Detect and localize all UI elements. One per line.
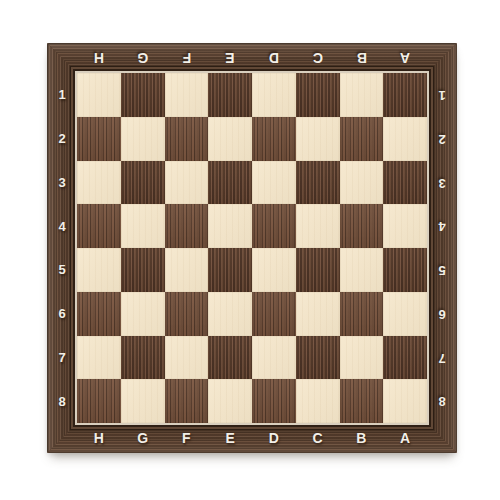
square-b7[interactable] bbox=[340, 336, 384, 380]
square-g7[interactable] bbox=[121, 336, 165, 380]
square-b2[interactable] bbox=[340, 117, 384, 161]
square-f8[interactable] bbox=[165, 379, 209, 423]
square-d5[interactable] bbox=[252, 248, 296, 292]
square-b1[interactable] bbox=[340, 73, 384, 117]
square-c8[interactable] bbox=[296, 379, 340, 423]
square-c1[interactable] bbox=[296, 73, 340, 117]
square-h8[interactable] bbox=[77, 379, 121, 423]
square-e7[interactable] bbox=[208, 336, 252, 380]
square-f6[interactable] bbox=[165, 292, 209, 336]
square-d2[interactable] bbox=[252, 117, 296, 161]
square-d8[interactable] bbox=[252, 379, 296, 423]
square-g3[interactable] bbox=[121, 161, 165, 205]
square-f2[interactable] bbox=[165, 117, 209, 161]
square-c3[interactable] bbox=[296, 161, 340, 205]
square-d6[interactable] bbox=[252, 292, 296, 336]
square-h2[interactable] bbox=[77, 117, 121, 161]
square-g2[interactable] bbox=[121, 117, 165, 161]
square-h1[interactable] bbox=[77, 73, 121, 117]
squares-grid bbox=[77, 73, 427, 423]
square-c6[interactable] bbox=[296, 292, 340, 336]
square-h6[interactable] bbox=[77, 292, 121, 336]
square-g6[interactable] bbox=[121, 292, 165, 336]
square-d3[interactable] bbox=[252, 161, 296, 205]
square-e4[interactable] bbox=[208, 204, 252, 248]
square-c2[interactable] bbox=[296, 117, 340, 161]
square-d1[interactable] bbox=[252, 73, 296, 117]
square-h5[interactable] bbox=[77, 248, 121, 292]
square-c7[interactable] bbox=[296, 336, 340, 380]
square-a1[interactable] bbox=[383, 73, 427, 117]
square-f5[interactable] bbox=[165, 248, 209, 292]
square-e8[interactable] bbox=[208, 379, 252, 423]
square-d7[interactable] bbox=[252, 336, 296, 380]
square-e6[interactable] bbox=[208, 292, 252, 336]
square-h4[interactable] bbox=[77, 204, 121, 248]
square-b5[interactable] bbox=[340, 248, 384, 292]
square-a7[interactable] bbox=[383, 336, 427, 380]
square-b4[interactable] bbox=[340, 204, 384, 248]
square-c4[interactable] bbox=[296, 204, 340, 248]
square-d4[interactable] bbox=[252, 204, 296, 248]
square-g8[interactable] bbox=[121, 379, 165, 423]
square-f4[interactable] bbox=[165, 204, 209, 248]
square-a3[interactable] bbox=[383, 161, 427, 205]
square-a5[interactable] bbox=[383, 248, 427, 292]
chess-board: HGFEDCBA HGFEDCBA 12345678 12345678 bbox=[47, 43, 457, 453]
square-g4[interactable] bbox=[121, 204, 165, 248]
square-h3[interactable] bbox=[77, 161, 121, 205]
product-photo-background: HGFEDCBA HGFEDCBA 12345678 12345678 bbox=[0, 0, 500, 500]
square-e5[interactable] bbox=[208, 248, 252, 292]
square-f1[interactable] bbox=[165, 73, 209, 117]
square-a6[interactable] bbox=[383, 292, 427, 336]
square-e3[interactable] bbox=[208, 161, 252, 205]
square-g5[interactable] bbox=[121, 248, 165, 292]
square-h7[interactable] bbox=[77, 336, 121, 380]
frame-inner-molding bbox=[70, 66, 434, 430]
square-b8[interactable] bbox=[340, 379, 384, 423]
square-a4[interactable] bbox=[383, 204, 427, 248]
square-g1[interactable] bbox=[121, 73, 165, 117]
square-b3[interactable] bbox=[340, 161, 384, 205]
square-f7[interactable] bbox=[165, 336, 209, 380]
maple-inlay-strip bbox=[75, 71, 429, 425]
square-a8[interactable] bbox=[383, 379, 427, 423]
square-f3[interactable] bbox=[165, 161, 209, 205]
square-e2[interactable] bbox=[208, 117, 252, 161]
square-b6[interactable] bbox=[340, 292, 384, 336]
square-e1[interactable] bbox=[208, 73, 252, 117]
square-a2[interactable] bbox=[383, 117, 427, 161]
square-c5[interactable] bbox=[296, 248, 340, 292]
